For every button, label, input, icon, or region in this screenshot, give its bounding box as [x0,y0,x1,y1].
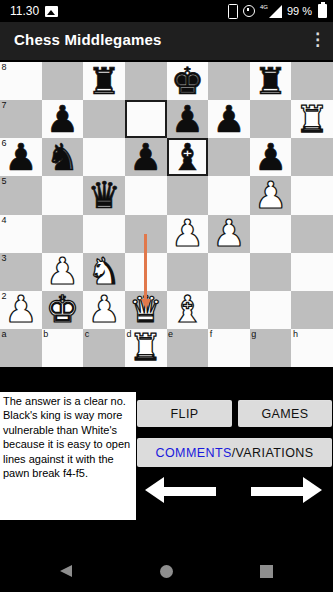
next-move-arrow[interactable] [251,477,322,504]
home-icon[interactable] [160,565,173,578]
signal-triangle-icon [269,5,282,18]
file-label-a: a [2,329,7,339]
white-bishop: ♝ [167,291,209,329]
square-b4[interactable] [42,215,84,253]
games-button-label: GAMES [261,407,308,421]
rank-label-5: 5 [2,176,7,186]
square-f3[interactable] [208,253,250,291]
screenshot-notification-icon [45,6,58,17]
square-b5[interactable] [42,176,84,214]
square-f1[interactable]: f [208,329,250,367]
rank-label-6: 6 [2,138,7,148]
flip-button[interactable]: FLIP [137,400,232,427]
square-a4[interactable]: 4 [0,215,42,253]
square-a7[interactable]: 7 [0,100,42,138]
square-b1[interactable]: b [42,329,84,367]
status-bar: 11.30 4G 99 % [0,0,333,22]
square-h5[interactable] [291,176,333,214]
phone-screen: 11.30 4G 99 % Chess Middlegames ⋮ 8♜♚♜7♟… [0,0,333,592]
square-g4[interactable] [250,215,292,253]
move-arrow-head [141,299,151,309]
square-d1[interactable]: d♜ [125,329,167,367]
square-f4[interactable]: ♟ [208,215,250,253]
square-c7[interactable] [83,100,125,138]
square-c6[interactable] [83,138,125,176]
games-button[interactable]: GAMES [238,400,332,427]
white-pawn: ♟ [167,215,209,253]
square-g3[interactable] [250,253,292,291]
file-label-c: c [85,329,90,339]
black-pawn: ♟ [250,138,292,176]
square-c4[interactable] [83,215,125,253]
black-knight: ♞ [42,138,84,176]
square-h3[interactable] [291,253,333,291]
chess-board: 8♜♚♜7♟♟♟♜6♟♞♟♝♟5♛♟4♟♟3♟♞2♟♚♟♛♝abcd♜efgh [0,62,333,367]
square-e1[interactable]: e [167,329,209,367]
black-pawn: ♟ [167,100,209,138]
square-c5[interactable]: ♛ [83,176,125,214]
square-a6[interactable]: 6♟ [0,138,42,176]
square-c8[interactable]: ♜ [83,62,125,100]
square-d5[interactable] [125,176,167,214]
battery-percent: 99 % [287,5,312,17]
square-b7[interactable]: ♟ [42,100,84,138]
right-arrow-icon [303,477,322,503]
square-e5[interactable] [167,176,209,214]
square-h4[interactable] [291,215,333,253]
square-f2[interactable] [208,291,250,329]
battery-icon [318,4,327,18]
square-f7[interactable]: ♟ [208,100,250,138]
square-d6[interactable]: ♟ [125,138,167,176]
status-icons: 4G 99 % [228,3,327,19]
square-e3[interactable] [167,253,209,291]
square-h1[interactable]: h [291,329,333,367]
square-f6[interactable] [208,138,250,176]
recents-icon[interactable] [260,565,273,578]
file-label-e: e [168,329,173,339]
black-queen: ♛ [83,176,125,214]
square-g2[interactable] [250,291,292,329]
white-pawn: ♟ [83,291,125,329]
square-c2[interactable]: ♟ [83,291,125,329]
square-a3[interactable]: 3 [0,253,42,291]
phone-icon [228,4,238,19]
square-h6[interactable] [291,138,333,176]
comments-label: COMMENTS [156,446,232,460]
square-d7[interactable] [125,100,167,138]
file-label-d: d [126,329,131,339]
back-icon[interactable] [60,565,72,577]
square-a1[interactable]: a [0,329,42,367]
previous-move-arrow[interactable] [145,477,216,504]
network-type-label: 4G [260,4,268,10]
black-rook: ♜ [250,62,292,100]
square-b3[interactable]: ♟ [42,253,84,291]
move-arrow-shaft [144,234,147,299]
app-title: Chess Middlegames [14,31,162,48]
square-e6[interactable]: ♝ [167,138,209,176]
file-label-f: f [210,329,213,339]
square-g8[interactable]: ♜ [250,62,292,100]
square-e7[interactable]: ♟ [167,100,209,138]
square-f5[interactable] [208,176,250,214]
file-label-h: h [293,329,298,339]
variations-label: /VARIATIONS [232,446,314,460]
white-king: ♚ [42,291,84,329]
alarm-icon [243,5,255,17]
lower-panel-area: The answer is a clear no. Black's king i… [0,367,333,592]
comments-variations-button[interactable]: COMMENTS/VARIATIONS [137,438,332,467]
white-pawn: ♟ [208,215,250,253]
rank-label-7: 7 [2,100,7,110]
rank-label-4: 4 [2,215,7,225]
square-a2[interactable]: 2♟ [0,291,42,329]
square-a8[interactable]: 8 [0,62,42,100]
flip-button-label: FLIP [171,407,199,421]
commentary-text: The answer is a clear no. Black's king i… [0,392,136,520]
black-rook: ♜ [83,62,125,100]
rank-label-2: 2 [2,291,7,301]
app-bar: Chess Middlegames ⋮ [0,22,333,62]
black-king: ♚ [167,62,209,100]
file-label-g: g [251,329,256,339]
square-b6[interactable]: ♞ [42,138,84,176]
rank-label-8: 8 [2,62,7,72]
android-navigation-bar [0,562,333,592]
square-d8[interactable] [125,62,167,100]
white-rook: ♜ [291,100,333,138]
square-b2[interactable]: ♚ [42,291,84,329]
square-e8[interactable]: ♚ [167,62,209,100]
square-h2[interactable] [291,291,333,329]
square-c3[interactable]: ♞ [83,253,125,291]
white-knight: ♞ [83,253,125,291]
square-h7[interactable]: ♜ [291,100,333,138]
square-c1[interactable]: c [83,329,125,367]
black-pawn: ♟ [125,138,167,176]
square-a5[interactable]: 5 [0,176,42,214]
white-pawn: ♟ [250,176,292,214]
square-h8[interactable] [291,62,333,100]
white-pawn: ♟ [42,253,84,291]
black-pawn: ♟ [208,100,250,138]
square-g5[interactable]: ♟ [250,176,292,214]
square-f8[interactable] [208,62,250,100]
square-b8[interactable] [42,62,84,100]
overflow-menu-icon[interactable]: ⋮ [309,29,325,50]
square-g7[interactable] [250,100,292,138]
square-e2[interactable]: ♝ [167,291,209,329]
signal-icon: 4G [260,4,282,19]
square-g1[interactable]: g [250,329,292,367]
square-e4[interactable]: ♟ [167,215,209,253]
black-pawn: ♟ [42,100,84,138]
black-bishop: ♝ [167,138,209,176]
clock-time: 11.30 [10,4,39,18]
rank-label-3: 3 [2,253,7,263]
square-g6[interactable]: ♟ [250,138,292,176]
file-label-b: b [43,329,48,339]
